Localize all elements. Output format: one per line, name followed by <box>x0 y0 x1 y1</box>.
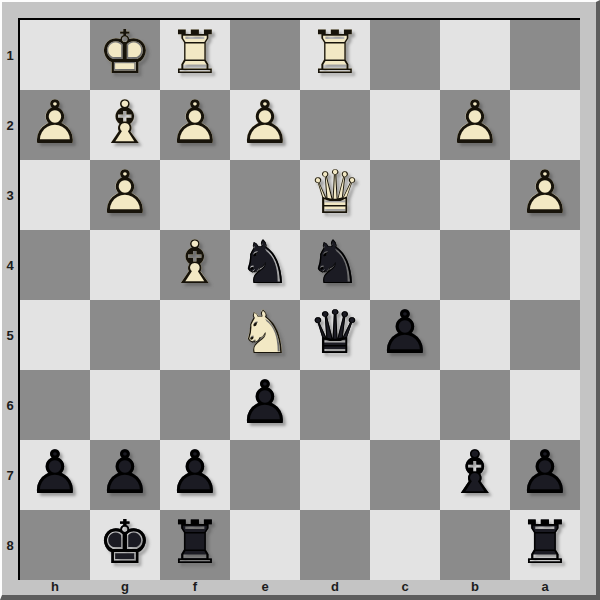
white-bishop: ♝ <box>90 87 160 157</box>
white-knight: ♞ <box>230 297 300 367</box>
square-d5[interactable]: ♛♕ <box>300 300 370 370</box>
black-pawn-outline: ♙ <box>510 437 580 507</box>
square-c6[interactable] <box>370 370 440 440</box>
white-pawn: ♟ <box>230 87 300 157</box>
square-f3[interactable] <box>160 160 230 230</box>
black-pawn: ♟ <box>20 437 90 507</box>
white-bishop-outline: ♗ <box>160 227 230 297</box>
rank-label-2: 2 <box>2 90 18 160</box>
square-b4[interactable] <box>440 230 510 300</box>
square-h1[interactable] <box>20 20 90 90</box>
white-rook: ♜ <box>300 17 370 87</box>
black-pawn: ♟ <box>160 437 230 507</box>
square-e1[interactable] <box>230 20 300 90</box>
square-d8[interactable] <box>300 510 370 580</box>
black-pawn: ♟ <box>370 297 440 367</box>
black-rook: ♜ <box>160 507 230 577</box>
black-pawn-outline: ♙ <box>20 437 90 507</box>
black-knight-outline: ♘ <box>300 227 370 297</box>
file-label-a: a <box>510 578 580 595</box>
white-queen-outline: ♕ <box>300 157 370 227</box>
square-d1[interactable]: ♜♖ <box>300 20 370 90</box>
square-a3[interactable]: ♟♙ <box>510 160 580 230</box>
square-e6[interactable]: ♟♙ <box>230 370 300 440</box>
square-c4[interactable] <box>370 230 440 300</box>
diagram-frame: 12345678 hgfedcba ♚♔♜♖♜♖♟♙♝♗♟♙♟♙♟♙♟♙♛♕♟♙… <box>0 0 600 600</box>
white-pawn-outline: ♙ <box>440 87 510 157</box>
white-rook-outline: ♖ <box>160 17 230 87</box>
square-f6[interactable] <box>160 370 230 440</box>
square-b2[interactable]: ♟♙ <box>440 90 510 160</box>
square-e3[interactable] <box>230 160 300 230</box>
square-b8[interactable] <box>440 510 510 580</box>
black-bishop-outline: ♗ <box>440 437 510 507</box>
square-h6[interactable] <box>20 370 90 440</box>
square-d4[interactable]: ♞♘ <box>300 230 370 300</box>
white-pawn-outline: ♙ <box>230 87 300 157</box>
white-pawn: ♟ <box>510 157 580 227</box>
square-h8[interactable] <box>20 510 90 580</box>
square-f4[interactable]: ♝♗ <box>160 230 230 300</box>
square-d3[interactable]: ♛♕ <box>300 160 370 230</box>
white-rook: ♜ <box>160 17 230 87</box>
square-c3[interactable] <box>370 160 440 230</box>
white-bishop-outline: ♗ <box>90 87 160 157</box>
square-d2[interactable] <box>300 90 370 160</box>
square-c2[interactable] <box>370 90 440 160</box>
black-king: ♚ <box>90 507 160 577</box>
square-h7[interactable]: ♟♙ <box>20 440 90 510</box>
square-f7[interactable]: ♟♙ <box>160 440 230 510</box>
white-pawn: ♟ <box>20 87 90 157</box>
square-b3[interactable] <box>440 160 510 230</box>
black-pawn-outline: ♙ <box>90 437 160 507</box>
square-a1[interactable] <box>510 20 580 90</box>
rank-label-7: 7 <box>2 440 18 510</box>
black-pawn-outline: ♙ <box>370 297 440 367</box>
file-labels: hgfedcba <box>20 578 580 595</box>
rank-label-8: 8 <box>2 510 18 580</box>
black-pawn: ♟ <box>90 437 160 507</box>
black-pawn: ♟ <box>230 367 300 437</box>
square-c5[interactable]: ♟♙ <box>370 300 440 370</box>
square-a4[interactable] <box>510 230 580 300</box>
square-a6[interactable] <box>510 370 580 440</box>
square-h2[interactable]: ♟♙ <box>20 90 90 160</box>
black-bishop: ♝ <box>440 437 510 507</box>
square-h3[interactable] <box>20 160 90 230</box>
square-g2[interactable]: ♝♗ <box>90 90 160 160</box>
square-g4[interactable] <box>90 230 160 300</box>
black-pawn: ♟ <box>510 437 580 507</box>
square-f2[interactable]: ♟♙ <box>160 90 230 160</box>
square-h5[interactable] <box>20 300 90 370</box>
square-g6[interactable] <box>90 370 160 440</box>
file-label-f: f <box>160 578 230 595</box>
square-e4[interactable]: ♞♘ <box>230 230 300 300</box>
file-label-c: c <box>370 578 440 595</box>
white-pawn: ♟ <box>160 87 230 157</box>
white-pawn: ♟ <box>440 87 510 157</box>
rank-label-3: 3 <box>2 160 18 230</box>
square-f1[interactable]: ♜♖ <box>160 20 230 90</box>
white-pawn-outline: ♙ <box>90 157 160 227</box>
file-label-h: h <box>20 578 90 595</box>
square-h4[interactable] <box>20 230 90 300</box>
square-a5[interactable] <box>510 300 580 370</box>
black-queen-outline: ♕ <box>300 297 370 367</box>
white-bishop: ♝ <box>160 227 230 297</box>
black-knight: ♞ <box>300 227 370 297</box>
square-g8[interactable]: ♚♔ <box>90 510 160 580</box>
black-knight-outline: ♘ <box>230 227 300 297</box>
square-a8[interactable]: ♜♖ <box>510 510 580 580</box>
square-b5[interactable] <box>440 300 510 370</box>
white-pawn-outline: ♙ <box>20 87 90 157</box>
file-label-g: g <box>90 578 160 595</box>
black-rook-outline: ♖ <box>510 507 580 577</box>
white-queen: ♛ <box>300 157 370 227</box>
white-pawn: ♟ <box>90 157 160 227</box>
square-c8[interactable] <box>370 510 440 580</box>
black-rook: ♜ <box>510 507 580 577</box>
square-e8[interactable] <box>230 510 300 580</box>
board: ♚♔♜♖♜♖♟♙♝♗♟♙♟♙♟♙♟♙♛♕♟♙♝♗♞♘♞♘♞♘♛♕♟♙♟♙♟♙♟♙… <box>18 18 580 580</box>
rank-label-6: 6 <box>2 370 18 440</box>
square-f5[interactable] <box>160 300 230 370</box>
white-king: ♚ <box>90 17 160 87</box>
file-label-e: e <box>230 578 300 595</box>
square-b6[interactable] <box>440 370 510 440</box>
file-label-d: d <box>300 578 370 595</box>
black-knight: ♞ <box>230 227 300 297</box>
rank-label-4: 4 <box>2 230 18 300</box>
file-label-b: b <box>440 578 510 595</box>
white-pawn-outline: ♙ <box>160 87 230 157</box>
rank-label-1: 1 <box>2 20 18 90</box>
white-knight-outline: ♘ <box>230 297 300 367</box>
square-g1[interactable]: ♚♔ <box>90 20 160 90</box>
square-b1[interactable] <box>440 20 510 90</box>
square-e7[interactable] <box>230 440 300 510</box>
square-e5[interactable]: ♞♘ <box>230 300 300 370</box>
black-pawn-outline: ♙ <box>230 367 300 437</box>
square-d6[interactable] <box>300 370 370 440</box>
rank-label-5: 5 <box>2 300 18 370</box>
square-c1[interactable] <box>370 20 440 90</box>
square-c7[interactable] <box>370 440 440 510</box>
white-rook-outline: ♖ <box>300 17 370 87</box>
white-king-outline: ♔ <box>90 17 160 87</box>
square-d7[interactable] <box>300 440 370 510</box>
black-king-outline: ♔ <box>90 507 160 577</box>
white-pawn-outline: ♙ <box>510 157 580 227</box>
square-a7[interactable]: ♟♙ <box>510 440 580 510</box>
square-a2[interactable] <box>510 90 580 160</box>
square-e2[interactable]: ♟♙ <box>230 90 300 160</box>
black-rook-outline: ♖ <box>160 507 230 577</box>
square-f8[interactable]: ♜♖ <box>160 510 230 580</box>
black-queen: ♛ <box>300 297 370 367</box>
rank-labels: 12345678 <box>2 20 18 580</box>
square-g5[interactable] <box>90 300 160 370</box>
square-b7[interactable]: ♝♗ <box>440 440 510 510</box>
square-g3[interactable]: ♟♙ <box>90 160 160 230</box>
square-g7[interactable]: ♟♙ <box>90 440 160 510</box>
black-pawn-outline: ♙ <box>160 437 230 507</box>
